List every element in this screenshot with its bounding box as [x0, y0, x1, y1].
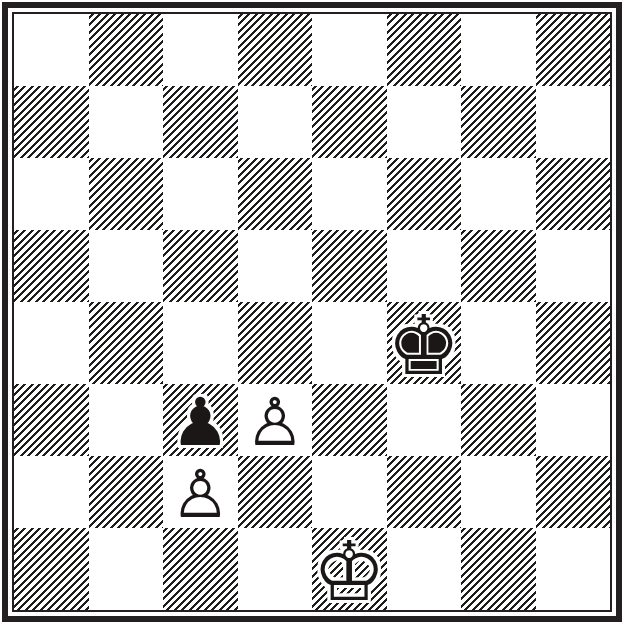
square-e2[interactable]: [312, 456, 387, 528]
square-d8[interactable]: [238, 14, 313, 86]
square-f8[interactable]: [387, 14, 462, 86]
square-b7[interactable]: [89, 86, 164, 158]
square-c6[interactable]: [163, 158, 238, 230]
square-g3[interactable]: [461, 384, 536, 456]
square-b3[interactable]: [89, 384, 164, 456]
square-e7[interactable]: [312, 86, 387, 158]
piece-black-pawn-c3: ♟: [171, 390, 230, 456]
chessboard: ♚♟♙♙♔: [14, 14, 610, 610]
square-a3[interactable]: [14, 384, 89, 456]
square-d3[interactable]: ♙: [238, 384, 313, 456]
square-a4[interactable]: [14, 302, 89, 384]
square-c1[interactable]: [163, 528, 238, 610]
square-f3[interactable]: [387, 384, 462, 456]
square-f2[interactable]: [387, 456, 462, 528]
square-h5[interactable]: [536, 230, 611, 302]
square-e6[interactable]: [312, 158, 387, 230]
square-e1[interactable]: ♔: [312, 528, 387, 610]
square-b5[interactable]: [89, 230, 164, 302]
square-d5[interactable]: [238, 230, 313, 302]
square-h3[interactable]: [536, 384, 611, 456]
square-f1[interactable]: [387, 528, 462, 610]
square-b8[interactable]: [89, 14, 164, 86]
square-e3[interactable]: [312, 384, 387, 456]
square-h8[interactable]: [536, 14, 611, 86]
square-g7[interactable]: [461, 86, 536, 158]
board-border: ♚♟♙♙♔: [12, 12, 612, 612]
piece-white-pawn-d3: ♙: [245, 390, 304, 456]
square-h4[interactable]: [536, 302, 611, 384]
square-c8[interactable]: [163, 14, 238, 86]
square-c3[interactable]: ♟: [163, 384, 238, 456]
square-a7[interactable]: [14, 86, 89, 158]
square-b2[interactable]: [89, 456, 164, 528]
square-a2[interactable]: [14, 456, 89, 528]
square-e5[interactable]: [312, 230, 387, 302]
square-d6[interactable]: [238, 158, 313, 230]
square-d2[interactable]: [238, 456, 313, 528]
square-b1[interactable]: [89, 528, 164, 610]
square-e4[interactable]: [312, 302, 387, 384]
square-g4[interactable]: [461, 302, 536, 384]
square-g1[interactable]: [461, 528, 536, 610]
piece-white-king-e1: ♔: [312, 531, 386, 613]
square-c5[interactable]: [163, 230, 238, 302]
square-a1[interactable]: [14, 528, 89, 610]
square-b4[interactable]: [89, 302, 164, 384]
square-f4[interactable]: ♚: [387, 302, 462, 384]
square-g8[interactable]: [461, 14, 536, 86]
square-e8[interactable]: [312, 14, 387, 86]
square-d7[interactable]: [238, 86, 313, 158]
square-a5[interactable]: [14, 230, 89, 302]
square-g6[interactable]: [461, 158, 536, 230]
square-d1[interactable]: [238, 528, 313, 610]
square-c4[interactable]: [163, 302, 238, 384]
square-g5[interactable]: [461, 230, 536, 302]
diagram-frame: ♚♟♙♙♔: [2, 2, 622, 622]
square-g2[interactable]: [461, 456, 536, 528]
square-c2[interactable]: ♙: [163, 456, 238, 528]
square-b6[interactable]: [89, 158, 164, 230]
square-a8[interactable]: [14, 14, 89, 86]
square-f5[interactable]: [387, 230, 462, 302]
piece-black-king-f4: ♚: [387, 305, 461, 387]
square-h2[interactable]: [536, 456, 611, 528]
square-a6[interactable]: [14, 158, 89, 230]
square-h6[interactable]: [536, 158, 611, 230]
square-c7[interactable]: [163, 86, 238, 158]
square-h1[interactable]: [536, 528, 611, 610]
square-f7[interactable]: [387, 86, 462, 158]
square-h7[interactable]: [536, 86, 611, 158]
piece-white-pawn-c2: ♙: [171, 462, 230, 528]
square-f6[interactable]: [387, 158, 462, 230]
square-d4[interactable]: [238, 302, 313, 384]
